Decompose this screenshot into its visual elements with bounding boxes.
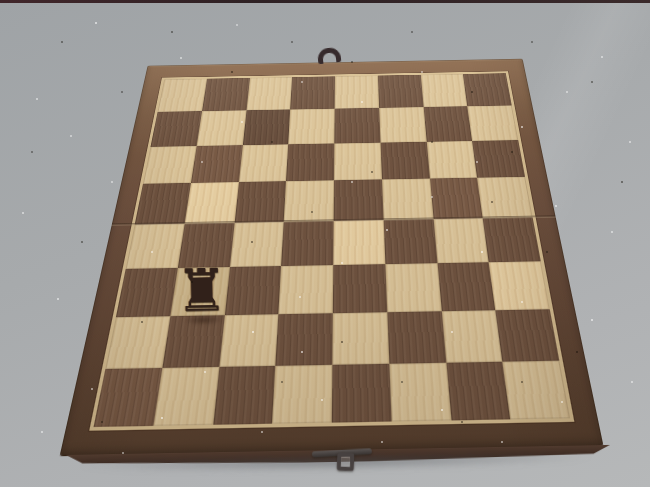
square-c8[interactable] [246, 77, 292, 110]
latch-buckle [337, 452, 355, 471]
square-h8[interactable] [463, 73, 512, 106]
square-d7[interactable] [288, 108, 334, 143]
square-g2[interactable] [441, 310, 502, 363]
square-e1[interactable] [332, 364, 392, 423]
square-d3[interactable] [279, 265, 334, 314]
square-e5[interactable] [334, 180, 384, 221]
square-d2[interactable] [276, 313, 333, 366]
square-f6[interactable] [380, 141, 429, 179]
square-c4[interactable] [229, 222, 283, 267]
square-d5[interactable] [284, 180, 334, 221]
square-h4[interactable] [483, 217, 541, 262]
square-g6[interactable] [426, 141, 477, 179]
square-c1[interactable] [213, 366, 276, 425]
square-b8[interactable] [202, 78, 250, 111]
square-d8[interactable] [290, 76, 335, 109]
photo-canvas: { "game": "chess", "scene_description": … [0, 0, 650, 487]
square-f8[interactable] [378, 75, 424, 108]
inlay-border [89, 71, 574, 430]
photo-top-edge [0, 0, 650, 3]
square-e2[interactable] [332, 312, 389, 365]
square-g4[interactable] [433, 218, 489, 263]
square-b1[interactable] [153, 367, 219, 426]
square-a1[interactable] [94, 368, 162, 427]
chess-board-grid [94, 73, 571, 427]
square-g3[interactable] [437, 262, 495, 311]
square-g8[interactable] [420, 74, 467, 107]
square-h1[interactable] [503, 361, 570, 419]
square-e4[interactable] [333, 220, 385, 265]
square-f3[interactable] [385, 263, 441, 312]
square-d6[interactable] [286, 143, 334, 181]
scene-tilt: ♜ [0, 0, 650, 487]
square-a7[interactable] [151, 111, 202, 147]
square-c5[interactable] [234, 181, 286, 222]
square-b7[interactable] [197, 110, 247, 146]
square-h2[interactable] [495, 309, 559, 362]
square-g5[interactable] [430, 178, 483, 219]
square-d1[interactable] [272, 365, 332, 424]
square-b5[interactable] [184, 182, 238, 223]
square-h5[interactable] [477, 177, 532, 218]
square-f2[interactable] [387, 311, 446, 364]
square-b6[interactable] [191, 145, 243, 183]
square-g7[interactable] [423, 106, 472, 141]
square-h3[interactable] [489, 261, 550, 310]
square-e7[interactable] [334, 108, 380, 143]
square-c3[interactable] [224, 266, 281, 315]
square-c7[interactable] [242, 109, 290, 144]
bottom-latch [312, 446, 373, 475]
square-f4[interactable] [383, 219, 437, 264]
square-f5[interactable] [382, 179, 433, 220]
square-a5[interactable] [135, 183, 191, 224]
square-e6[interactable] [334, 142, 382, 180]
square-f1[interactable] [389, 363, 451, 422]
black-rook[interactable]: ♜ [172, 260, 231, 325]
square-h7[interactable] [467, 105, 518, 140]
square-d4[interactable] [281, 221, 333, 266]
chess-box-top-face [60, 59, 604, 456]
square-a8[interactable] [158, 79, 207, 112]
square-g1[interactable] [446, 362, 511, 420]
square-f7[interactable] [379, 107, 426, 142]
square-a3[interactable] [116, 268, 178, 317]
square-h6[interactable] [472, 140, 525, 178]
square-c6[interactable] [238, 144, 288, 182]
perspective-scene [0, 0, 650, 487]
square-e3[interactable] [333, 264, 387, 313]
square-a2[interactable] [105, 316, 170, 370]
square-e8[interactable] [335, 76, 379, 109]
square-a6[interactable] [143, 146, 197, 184]
